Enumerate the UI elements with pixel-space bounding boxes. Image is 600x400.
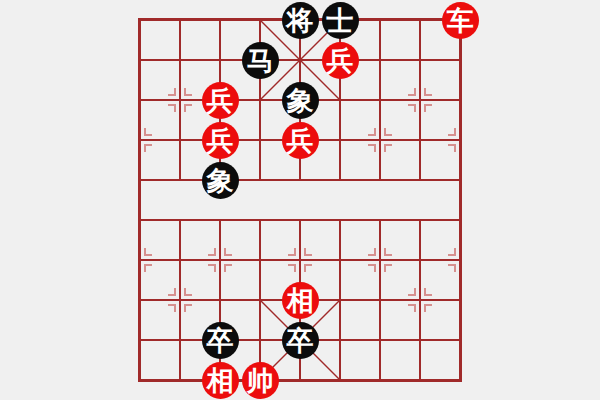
point-marker-arm: [144, 144, 146, 152]
piece-red-soldier-1[interactable]: 兵: [322, 42, 359, 79]
point-marker-arm: [144, 128, 146, 136]
point-marker-arm: [454, 248, 456, 256]
piece-black-general[interactable]: 将: [282, 2, 319, 39]
point-marker-arm: [174, 88, 176, 96]
piece-black-soldier-2[interactable]: 卒: [282, 322, 319, 359]
point-marker-arm: [424, 288, 426, 296]
point-marker-arm: [374, 144, 376, 152]
point-marker-arm: [374, 128, 376, 136]
point-marker-arm: [174, 304, 176, 312]
point-marker-arm: [384, 144, 386, 152]
point-marker-arm: [454, 264, 456, 272]
point-marker-arm: [414, 304, 416, 312]
point-marker-arm: [414, 288, 416, 296]
piece-red-elephant-2[interactable]: 相: [202, 362, 239, 399]
point-marker-arm: [424, 304, 426, 312]
point-marker-arm: [454, 128, 456, 136]
point-marker-arm: [184, 104, 186, 112]
point-marker-arm: [144, 264, 146, 272]
point-marker-arm: [214, 248, 216, 256]
point-marker-arm: [384, 248, 386, 256]
point-marker-arm: [374, 264, 376, 272]
point-marker-arm: [224, 264, 226, 272]
point-marker-arm: [224, 248, 226, 256]
xiangqi-diagram: 将士车马兵兵象兵兵象相卒卒相帅: [0, 0, 600, 400]
piece-red-soldier-2[interactable]: 兵: [202, 82, 239, 119]
point-marker-arm: [454, 144, 456, 152]
point-marker-arm: [384, 128, 386, 136]
point-marker-arm: [294, 264, 296, 272]
point-marker-arm: [214, 264, 216, 272]
point-marker-arm: [174, 104, 176, 112]
point-marker-arm: [414, 104, 416, 112]
piece-black-advisor[interactable]: 士: [322, 2, 359, 39]
point-marker-arm: [424, 104, 426, 112]
piece-red-elephant-1[interactable]: 相: [282, 282, 319, 319]
piece-black-elephant-1[interactable]: 象: [282, 82, 319, 119]
piece-red-general[interactable]: 帅: [242, 362, 279, 399]
point-marker-arm: [424, 88, 426, 96]
point-marker-arm: [414, 88, 416, 96]
piece-red-chariot[interactable]: 车: [442, 2, 479, 39]
piece-red-soldier-3[interactable]: 兵: [202, 122, 239, 159]
piece-black-horse[interactable]: 马: [242, 42, 279, 79]
point-marker-arm: [304, 248, 306, 256]
point-marker-arm: [184, 288, 186, 296]
point-marker-arm: [384, 264, 386, 272]
point-marker-arm: [184, 304, 186, 312]
point-marker-arm: [304, 264, 306, 272]
piece-black-elephant-2[interactable]: 象: [202, 162, 239, 199]
point-marker-arm: [294, 248, 296, 256]
piece-black-soldier-1[interactable]: 卒: [202, 322, 239, 359]
point-marker-arm: [184, 88, 186, 96]
point-marker-arm: [174, 288, 176, 296]
point-marker-arm: [144, 248, 146, 256]
piece-red-soldier-4[interactable]: 兵: [282, 122, 319, 159]
point-marker-arm: [374, 248, 376, 256]
